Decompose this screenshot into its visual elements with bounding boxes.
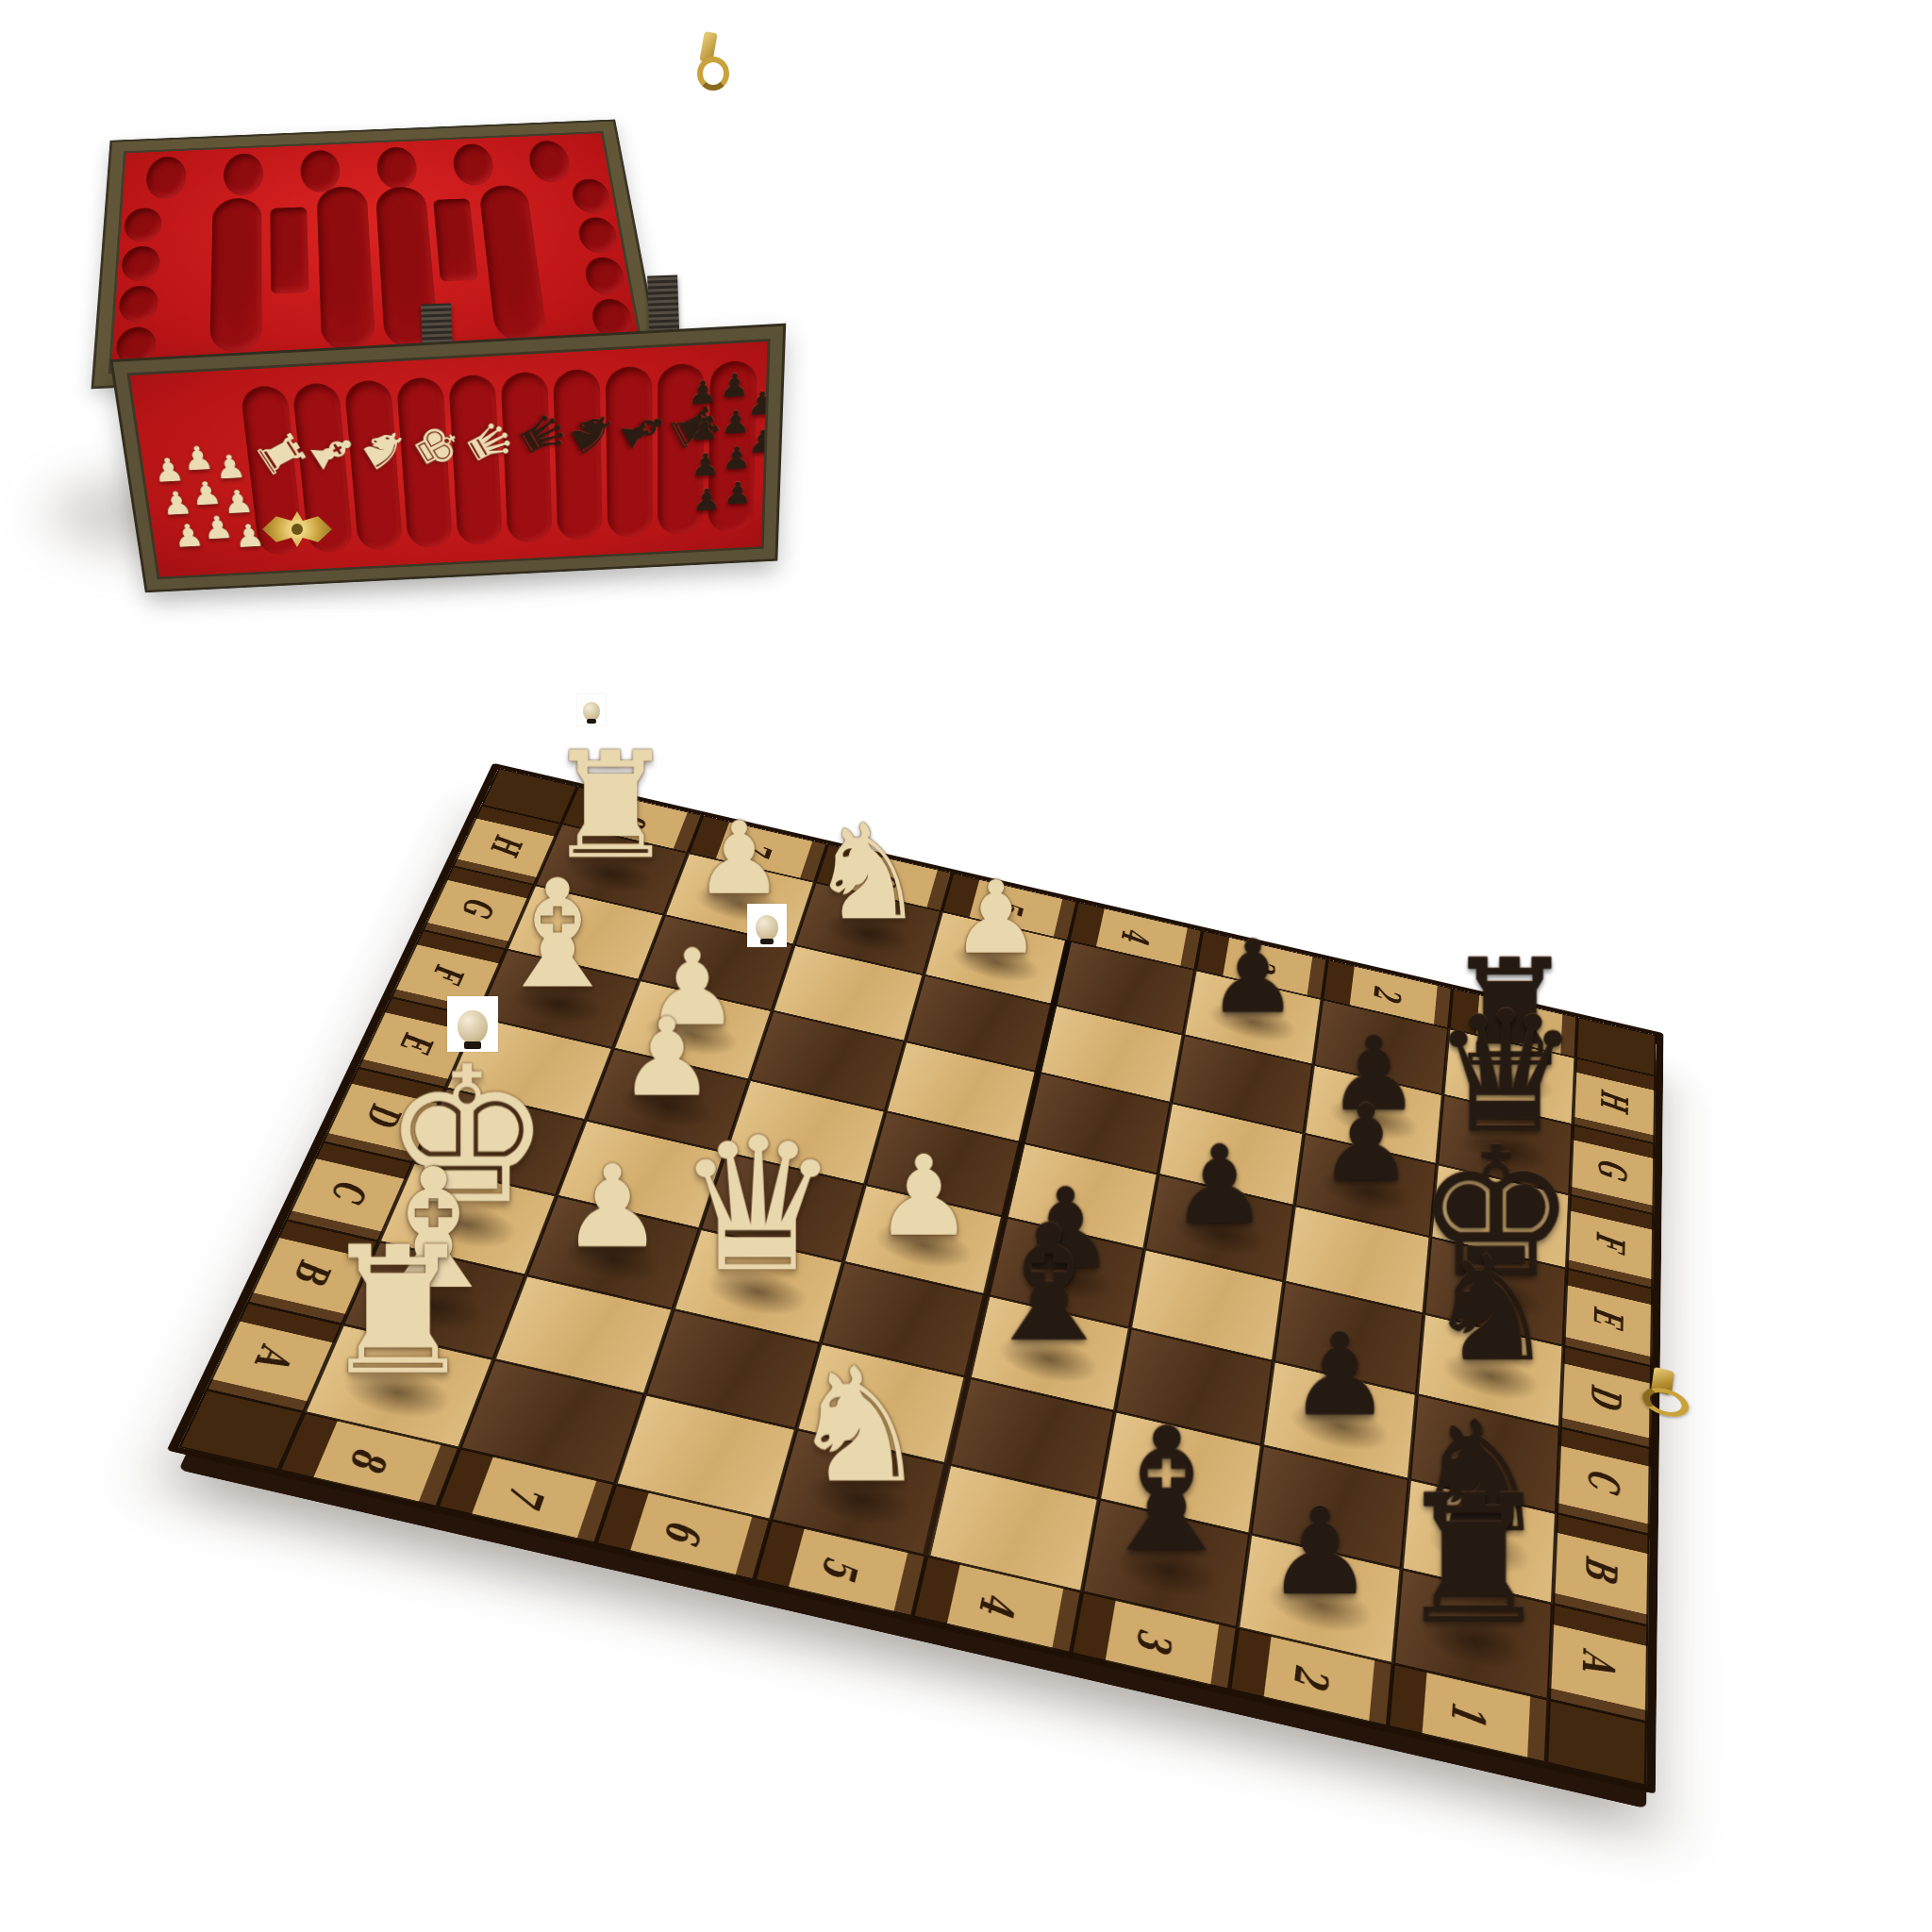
white-pawn: ♟ <box>694 808 785 909</box>
felt-recess <box>270 207 308 293</box>
black-pawn: ♟ <box>1171 1131 1268 1240</box>
board-square: ♛ <box>674 1229 843 1343</box>
felt-recess <box>527 141 573 183</box>
black-pawn: ♟ <box>1289 1319 1391 1433</box>
boxed-white-pawn: ♟ <box>180 441 215 475</box>
felt-recess <box>209 197 261 353</box>
felt-recess <box>145 156 187 199</box>
white-knight: ♞ <box>808 807 926 939</box>
product-photo: ♟♟♟♟♟♟♟♟♟♜♝♞♚♛♛♞♝♜♟♟♟♟♟♟♟♟♟♟ 87654321H♜♟… <box>0 0 1932 1932</box>
felt-recess <box>118 285 158 323</box>
box-tray-felt: ♟♟♟♟♟♟♟♟♟♜♝♞♚♛♛♞♝♜♟♟♟♟♟♟♟♟♟♟ <box>130 341 768 576</box>
boxed-white-pawn: ♟ <box>159 487 194 520</box>
box-tray: ♟♟♟♟♟♟♟♟♟♜♝♞♚♛♛♞♝♜♟♟♟♟♟♟♟♟♟♟ <box>109 324 786 593</box>
board-frame-label-cell: 4 <box>912 1556 1082 1653</box>
photo-artifact <box>747 904 787 947</box>
photo-artifact <box>577 694 606 725</box>
boxed-black-pawn: ♟ <box>689 413 719 446</box>
black-bishop: ♝ <box>1091 1407 1243 1576</box>
black-pawn: ♟ <box>1207 927 1298 1028</box>
black-pawn: ♟ <box>1319 1091 1413 1196</box>
board-frame-label-cell: 8 <box>278 1412 459 1507</box>
white-pawn: ♟ <box>874 1141 974 1252</box>
felt-recess <box>376 146 419 190</box>
white-pawn: ♟ <box>951 868 1041 969</box>
brass-latch-icon <box>689 32 730 89</box>
boxed-white-pawn: ♟ <box>151 454 186 488</box>
black-pawn: ♟ <box>1266 1491 1374 1612</box>
felt-recess <box>576 217 619 254</box>
black-rook: ♜ <box>1394 1471 1553 1647</box>
board-square: ♟ <box>526 1196 700 1309</box>
felt-recess <box>224 153 263 196</box>
felt-recess <box>433 198 478 281</box>
board-frame-label-cell: A <box>1549 1604 1649 1723</box>
board-frame-label-cell: E <box>1563 1269 1653 1367</box>
white-pawn: ♟ <box>561 1151 663 1265</box>
felt-recess <box>583 257 627 295</box>
boxed-black-pawn: ♟ <box>692 485 722 516</box>
black-bishop: ♝ <box>976 1204 1121 1365</box>
white-queen: ♛ <box>675 1113 841 1298</box>
felt-recess <box>121 245 160 282</box>
white-bishop: ♝ <box>491 860 625 1009</box>
board-frame-label-cell: 6 <box>595 1484 771 1580</box>
board-frame-label-cell: 7 <box>437 1448 615 1543</box>
boxed-black-pawn: ♟ <box>747 425 767 458</box>
felt-recess <box>570 178 611 214</box>
boxed-black-pawn: ♟ <box>691 449 721 481</box>
photo-artifact <box>447 996 498 1052</box>
white-knight: ♞ <box>789 1348 930 1506</box>
white-pawn: ♟ <box>619 1004 716 1112</box>
boxed-white-pawn: ♟ <box>232 520 266 552</box>
black-knight: ♞ <box>1425 1237 1556 1382</box>
boxed-black-pawn: ♟ <box>746 388 767 421</box>
white-rook: ♜ <box>319 1223 477 1399</box>
boxed-white-pawn: ♟ <box>171 520 206 552</box>
board-square: ♟ <box>1238 1534 1402 1663</box>
felt-recess <box>478 185 548 341</box>
boxed-black-pawn: ♟ <box>719 370 750 403</box>
boxed-black-pawn: ♟ <box>723 478 753 509</box>
boxed-white-pawn: ♟ <box>189 477 224 510</box>
felt-recess <box>452 143 495 186</box>
boxed-black-pawn: ♟ <box>688 376 718 409</box>
storage-box: ♟♟♟♟♟♟♟♟♟♜♝♞♚♛♛♞♝♜♟♟♟♟♟♟♟♟♟♟ <box>38 28 755 594</box>
felt-recess <box>124 208 162 242</box>
boxed-white-pawn: ♟ <box>201 511 235 543</box>
felt-recess <box>317 186 376 351</box>
board-frame-label-cell: 5 <box>754 1520 926 1616</box>
felt-recess <box>300 150 341 193</box>
latch-ring <box>697 57 729 91</box>
